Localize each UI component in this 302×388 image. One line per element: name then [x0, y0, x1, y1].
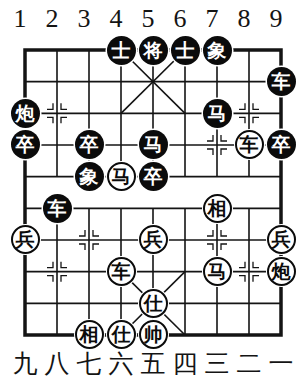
piece-black-cannon[interactable]: 炮 [11, 99, 40, 128]
point-f5-r8 [137, 256, 169, 288]
point-f2-r9 [41, 287, 73, 319]
point-f4-r7 [105, 224, 137, 256]
piece-red-chariot[interactable]: 车 [235, 130, 264, 159]
point-f7-r6: 相 [201, 192, 233, 224]
point-f3-r8 [73, 256, 105, 288]
point-f3-r7 [73, 224, 105, 256]
point-f7-r9 [201, 287, 233, 319]
point-f9-r2: 车 [265, 66, 297, 98]
file-label-bottom-9: 九 [9, 348, 41, 380]
point-f1-r9 [9, 287, 41, 319]
point-f7-r7 [201, 224, 233, 256]
point-f7-r4 [201, 129, 233, 161]
point-f5-r7: 兵 [137, 224, 169, 256]
point-f8-r7 [233, 224, 265, 256]
piece-black-chariot[interactable]: 车 [43, 194, 72, 223]
piece-black-elephant[interactable]: 象 [203, 36, 232, 65]
point-f4-r5: 马 [105, 161, 137, 193]
point-f8-r1 [233, 34, 265, 66]
piece-red-pawn[interactable]: 兵 [267, 225, 296, 254]
point-f3-r4: 卒 [73, 129, 105, 161]
point-f8-r9 [233, 287, 265, 319]
piece-red-advisor[interactable]: 仕 [107, 320, 136, 349]
piece-black-horse[interactable]: 马 [139, 130, 168, 159]
point-f7-r1: 象 [201, 34, 233, 66]
xiangqi-board-diagram: 1 2 3 4 5 6 7 8 9 士将士象车炮马卒卒马车卒象马卒车相兵兵兵车马… [0, 0, 302, 388]
piece-red-pawn[interactable]: 兵 [139, 225, 168, 254]
point-f8-r5 [233, 161, 265, 193]
point-f8-r2 [233, 66, 265, 98]
point-f9-r8: 炮 [265, 256, 297, 288]
piece-black-advisor[interactable]: 士 [171, 36, 200, 65]
point-f7-r2 [201, 66, 233, 98]
point-f9-r4: 卒 [265, 129, 297, 161]
point-f9-r7: 兵 [265, 224, 297, 256]
file-label-bottom-1: 一 [265, 348, 297, 380]
piece-red-elephant[interactable]: 相 [203, 194, 232, 223]
point-f2-r1 [41, 34, 73, 66]
point-f3-r1 [73, 34, 105, 66]
board: 士将士象车炮马卒卒马车卒象马卒车相兵兵兵车马炮仕相仕帅 [9, 34, 297, 351]
point-f3-r2 [73, 66, 105, 98]
piece-black-horse[interactable]: 马 [203, 99, 232, 128]
point-f5-r4: 马 [137, 129, 169, 161]
point-f4-r10: 仕 [105, 319, 137, 351]
point-f8-r6 [233, 192, 265, 224]
file-label-bottom-7: 七 [73, 348, 105, 380]
point-f1-r4: 卒 [9, 129, 41, 161]
point-f4-r6 [105, 192, 137, 224]
point-f4-r4 [105, 129, 137, 161]
point-f6-r6 [169, 192, 201, 224]
point-f6-r3 [169, 98, 201, 130]
point-f6-r5 [169, 161, 201, 193]
point-f5-r6 [137, 192, 169, 224]
point-f9-r6 [265, 192, 297, 224]
piece-red-advisor[interactable]: 仕 [139, 289, 168, 318]
point-f8-r4: 车 [233, 129, 265, 161]
point-f5-r1: 将 [137, 34, 169, 66]
point-f9-r9 [265, 287, 297, 319]
file-label-bottom-6: 六 [105, 348, 137, 380]
point-f1-r8 [9, 256, 41, 288]
point-f6-r2 [169, 66, 201, 98]
point-f8-r10 [233, 319, 265, 351]
point-f8-r8 [233, 256, 265, 288]
piece-black-pawn[interactable]: 卒 [75, 130, 104, 159]
point-f2-r4 [41, 129, 73, 161]
point-f2-r5 [41, 161, 73, 193]
point-f6-r4 [169, 129, 201, 161]
point-f2-r2 [41, 66, 73, 98]
piece-red-cannon[interactable]: 炮 [267, 257, 296, 286]
point-f1-r1 [9, 34, 41, 66]
point-f1-r5 [9, 161, 41, 193]
point-f2-r7 [41, 224, 73, 256]
file-label-bottom-3: 三 [201, 348, 233, 380]
point-f7-r5 [201, 161, 233, 193]
point-f9-r10 [265, 319, 297, 351]
file-label-bottom-4: 四 [169, 348, 201, 380]
piece-red-chariot[interactable]: 车 [107, 257, 136, 286]
point-f1-r3: 炮 [9, 98, 41, 130]
point-f3-r10: 相 [73, 319, 105, 351]
point-f7-r8: 马 [201, 256, 233, 288]
piece-red-general[interactable]: 帅 [139, 320, 168, 349]
point-f6-r9 [169, 287, 201, 319]
point-f1-r2 [9, 66, 41, 98]
point-f2-r10 [41, 319, 73, 351]
point-f9-r1 [265, 34, 297, 66]
point-f7-r3: 马 [201, 98, 233, 130]
point-f1-r7: 兵 [9, 224, 41, 256]
point-f9-r5 [265, 161, 297, 193]
point-f1-r10 [9, 319, 41, 351]
point-f6-r8 [169, 256, 201, 288]
file-label-bottom-8: 八 [41, 348, 73, 380]
point-f4-r8: 车 [105, 256, 137, 288]
point-f3-r6 [73, 192, 105, 224]
piece-black-pawn[interactable]: 卒 [267, 130, 296, 159]
file-label-bottom-5: 五 [137, 348, 169, 380]
point-f4-r3 [105, 98, 137, 130]
piece-black-general[interactable]: 将 [139, 36, 168, 65]
point-f5-r3 [137, 98, 169, 130]
point-f7-r10 [201, 319, 233, 351]
point-f5-r10: 帅 [137, 319, 169, 351]
point-f1-r6 [9, 192, 41, 224]
point-f3-r3 [73, 98, 105, 130]
piece-red-elephant[interactable]: 相 [75, 320, 104, 349]
point-f6-r1: 士 [169, 34, 201, 66]
point-f2-r6: 车 [41, 192, 73, 224]
piece-black-chariot[interactable]: 车 [267, 67, 296, 96]
point-f5-r2 [137, 66, 169, 98]
piece-red-horse[interactable]: 马 [107, 162, 136, 191]
piece-black-pawn[interactable]: 卒 [11, 130, 40, 159]
point-f4-r9 [105, 287, 137, 319]
point-f4-r2 [105, 66, 137, 98]
point-f3-r9 [73, 287, 105, 319]
point-f5-r5: 卒 [137, 161, 169, 193]
piece-black-elephant[interactable]: 象 [75, 162, 104, 191]
point-f5-r9: 仕 [137, 287, 169, 319]
point-f8-r3 [233, 98, 265, 130]
piece-red-pawn[interactable]: 兵 [11, 225, 40, 254]
point-f6-r7 [169, 224, 201, 256]
file-label-bottom-2: 二 [233, 348, 265, 380]
piece-red-horse[interactable]: 马 [203, 257, 232, 286]
point-f2-r8 [41, 256, 73, 288]
point-f2-r3 [41, 98, 73, 130]
point-f6-r10 [169, 319, 201, 351]
point-f3-r5: 象 [73, 161, 105, 193]
point-f9-r3 [265, 98, 297, 130]
piece-black-pawn[interactable]: 卒 [139, 162, 168, 191]
point-f4-r1: 士 [105, 34, 137, 66]
file-labels-bottom: 九 八 七 六 五 四 三 二 一 [9, 348, 297, 380]
piece-black-advisor[interactable]: 士 [107, 36, 136, 65]
